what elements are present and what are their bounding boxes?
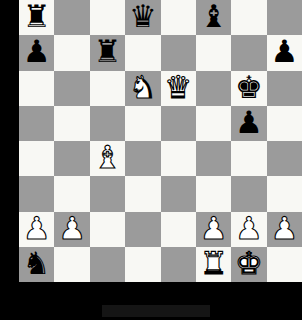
square-c2[interactable] — [90, 212, 125, 247]
square-g8[interactable] — [231, 0, 266, 35]
square-f1[interactable]: ♜ — [196, 247, 231, 282]
square-d7[interactable] — [125, 35, 160, 70]
square-b5[interactable] — [54, 106, 89, 141]
square-c3[interactable] — [90, 176, 125, 211]
black-king[interactable]: ♚ — [235, 72, 263, 103]
square-d3[interactable] — [125, 176, 160, 211]
white-king[interactable]: ♚ — [235, 248, 263, 279]
square-g3[interactable] — [231, 176, 266, 211]
square-h3[interactable] — [267, 176, 302, 211]
black-knight[interactable]: ♞ — [23, 248, 51, 279]
square-h8[interactable] — [267, 0, 302, 35]
white-pawn[interactable]: ♟ — [58, 213, 86, 244]
square-c5[interactable] — [90, 106, 125, 141]
square-h1[interactable] — [267, 247, 302, 282]
square-e4[interactable] — [161, 141, 196, 176]
white-pawn[interactable]: ♟ — [235, 213, 263, 244]
square-e6[interactable]: ♛ — [161, 71, 196, 106]
square-h2[interactable]: ♟ — [267, 212, 302, 247]
square-b3[interactable] — [54, 176, 89, 211]
square-d1[interactable] — [125, 247, 160, 282]
square-g4[interactable] — [231, 141, 266, 176]
square-a4[interactable] — [19, 141, 54, 176]
square-g2[interactable]: ♟ — [231, 212, 266, 247]
square-d8[interactable]: ♛ — [125, 0, 160, 35]
square-a6[interactable] — [19, 71, 54, 106]
black-pawn[interactable]: ♟ — [23, 36, 51, 67]
square-f8[interactable]: ♝ — [196, 0, 231, 35]
square-g1[interactable]: ♚ — [231, 247, 266, 282]
square-f7[interactable] — [196, 35, 231, 70]
black-queen[interactable]: ♛ — [129, 1, 157, 32]
square-b4[interactable] — [54, 141, 89, 176]
square-e7[interactable] — [161, 35, 196, 70]
square-e5[interactable] — [161, 106, 196, 141]
square-d6[interactable]: ♞ — [125, 71, 160, 106]
square-f3[interactable] — [196, 176, 231, 211]
square-e2[interactable] — [161, 212, 196, 247]
square-h6[interactable] — [267, 71, 302, 106]
square-d4[interactable] — [125, 141, 160, 176]
square-h7[interactable]: ♟ — [267, 35, 302, 70]
square-f5[interactable] — [196, 106, 231, 141]
square-d2[interactable] — [125, 212, 160, 247]
square-h4[interactable] — [267, 141, 302, 176]
white-knight[interactable]: ♞ — [129, 72, 157, 103]
square-e1[interactable] — [161, 247, 196, 282]
black-pawn[interactable]: ♟ — [235, 107, 263, 138]
square-a8[interactable]: ♜ — [19, 0, 54, 35]
square-c8[interactable] — [90, 0, 125, 35]
chess-app-window: ♜♛♝♟♜♟♞♛♚♟♝♟♟♟♟♟♞♜♚ — [0, 0, 302, 320]
white-queen[interactable]: ♛ — [164, 72, 192, 103]
black-bishop[interactable]: ♝ — [200, 1, 228, 32]
square-a7[interactable]: ♟ — [19, 35, 54, 70]
square-c1[interactable] — [90, 247, 125, 282]
square-f4[interactable] — [196, 141, 231, 176]
white-pawn[interactable]: ♟ — [200, 213, 228, 244]
white-bishop[interactable]: ♝ — [94, 142, 122, 173]
square-f2[interactable]: ♟ — [196, 212, 231, 247]
white-pawn[interactable]: ♟ — [270, 213, 298, 244]
chess-board: ♜♛♝♟♜♟♞♛♚♟♝♟♟♟♟♟♞♜♚ — [19, 0, 302, 282]
square-b7[interactable] — [54, 35, 89, 70]
square-a2[interactable]: ♟ — [19, 212, 54, 247]
square-c7[interactable]: ♜ — [90, 35, 125, 70]
square-h5[interactable] — [267, 106, 302, 141]
square-g6[interactable]: ♚ — [231, 71, 266, 106]
square-g7[interactable] — [231, 35, 266, 70]
square-a3[interactable] — [19, 176, 54, 211]
square-f6[interactable] — [196, 71, 231, 106]
square-b8[interactable] — [54, 0, 89, 35]
square-b2[interactable]: ♟ — [54, 212, 89, 247]
square-b6[interactable] — [54, 71, 89, 106]
bottom-bar-highlight — [102, 305, 210, 317]
square-b1[interactable] — [54, 247, 89, 282]
bottom-bar — [0, 282, 302, 320]
square-c4[interactable]: ♝ — [90, 141, 125, 176]
black-pawn[interactable]: ♟ — [270, 36, 298, 67]
white-pawn[interactable]: ♟ — [23, 213, 51, 244]
white-rook[interactable]: ♜ — [200, 248, 228, 279]
square-a5[interactable] — [19, 106, 54, 141]
square-d5[interactable] — [125, 106, 160, 141]
square-e3[interactable] — [161, 176, 196, 211]
black-rook[interactable]: ♜ — [94, 36, 122, 67]
square-e8[interactable] — [161, 0, 196, 35]
square-a1[interactable]: ♞ — [19, 247, 54, 282]
square-c6[interactable] — [90, 71, 125, 106]
square-g5[interactable]: ♟ — [231, 106, 266, 141]
black-rook[interactable]: ♜ — [23, 1, 51, 32]
